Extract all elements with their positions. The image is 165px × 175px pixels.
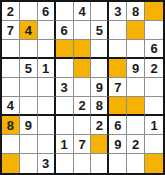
sudoku-cell-r9c3[interactable]: 3: [38, 154, 56, 173]
sudoku-cell-r3c4[interactable]: [56, 40, 74, 59]
sudoku-cell-r6c8[interactable]: [127, 97, 145, 116]
sudoku-cell-r6c4[interactable]: [56, 97, 74, 116]
sudoku-cell-r6c5[interactable]: 2: [74, 97, 92, 116]
sudoku-cell-r9c8[interactable]: [127, 154, 145, 173]
sudoku-cell-r8c8[interactable]: 2: [127, 135, 145, 154]
sudoku-cell-r5c2[interactable]: [20, 78, 38, 97]
sudoku-cell-r7c8[interactable]: [127, 116, 145, 135]
sudoku-cell-r7c6[interactable]: 2: [91, 116, 109, 135]
sudoku-cell-r3c6[interactable]: [91, 40, 109, 59]
sudoku-cell-r4c4[interactable]: [56, 59, 74, 78]
sudoku-cell-r3c7[interactable]: [109, 40, 127, 59]
sudoku-cell-r3c8[interactable]: [127, 40, 145, 59]
sudoku-cell-r6c2[interactable]: [20, 97, 38, 116]
sudoku-cell-r3c9[interactable]: 6: [145, 40, 163, 59]
sudoku-cell-r2c6[interactable]: 5: [91, 21, 109, 40]
sudoku-cell-r9c1[interactable]: [2, 154, 20, 173]
sudoku-cell-r9c5[interactable]: [74, 154, 92, 173]
sudoku-cell-r1c6[interactable]: [91, 2, 109, 21]
sudoku-cell-r7c1[interactable]: 8: [2, 116, 20, 135]
sudoku-cell-r4c7[interactable]: [109, 59, 127, 78]
sudoku-cell-r7c7[interactable]: 6: [109, 116, 127, 135]
sudoku-cell-r2c1[interactable]: 7: [2, 21, 20, 40]
sudoku-cell-r5c1[interactable]: [2, 78, 20, 97]
sudoku-cell-r3c1[interactable]: [2, 40, 20, 59]
sudoku-cell-r1c8[interactable]: 8: [127, 2, 145, 21]
sudoku-cell-r8c4[interactable]: 1: [56, 135, 74, 154]
sudoku-cell-r7c5[interactable]: [74, 116, 92, 135]
sudoku-cell-r6c7[interactable]: [109, 97, 127, 116]
sudoku-cell-r1c7[interactable]: 3: [109, 2, 127, 21]
sudoku-cell-r6c6[interactable]: 8: [91, 97, 109, 116]
sudoku-cell-r3c5[interactable]: [74, 40, 92, 59]
sudoku-cell-r4c8[interactable]: 9: [127, 59, 145, 78]
sudoku-cell-r1c4[interactable]: [56, 2, 74, 21]
sudoku-cell-r8c5[interactable]: 7: [74, 135, 92, 154]
sudoku-cell-r1c3[interactable]: 6: [38, 2, 56, 21]
sudoku-cell-r1c5[interactable]: 4: [74, 2, 92, 21]
sudoku-cell-r4c6[interactable]: [91, 59, 109, 78]
sudoku-cell-r4c1[interactable]: [2, 59, 20, 78]
sudoku-cell-r6c3[interactable]: [38, 97, 56, 116]
sudoku-cell-r7c4[interactable]: [56, 116, 74, 135]
sudoku-board: 264387465651923974288926117923: [0, 0, 165, 175]
sudoku-cell-r6c1[interactable]: 4: [2, 97, 20, 116]
sudoku-cell-r4c5[interactable]: [74, 59, 92, 78]
sudoku-cell-r8c6[interactable]: [91, 135, 109, 154]
sudoku-cell-r2c2[interactable]: 4: [20, 21, 38, 40]
sudoku-cell-r5c9[interactable]: [145, 78, 163, 97]
sudoku-cell-r8c7[interactable]: 9: [109, 135, 127, 154]
sudoku-cell-r7c2[interactable]: 9: [20, 116, 38, 135]
sudoku-cell-r9c7[interactable]: [109, 154, 127, 173]
sudoku-cell-r8c1[interactable]: [2, 135, 20, 154]
sudoku-cell-r2c5[interactable]: [74, 21, 92, 40]
sudoku-cell-r4c2[interactable]: 5: [20, 59, 38, 78]
sudoku-cell-r9c6[interactable]: [91, 154, 109, 173]
sudoku-cell-r5c4[interactable]: 3: [56, 78, 74, 97]
sudoku-cell-r9c9[interactable]: [145, 154, 163, 173]
sudoku-cell-r5c3[interactable]: [38, 78, 56, 97]
sudoku-cell-r2c7[interactable]: [109, 21, 127, 40]
sudoku-cell-r5c7[interactable]: 7: [109, 78, 127, 97]
sudoku-cell-r2c8[interactable]: [127, 21, 145, 40]
sudoku-cell-r5c8[interactable]: [127, 78, 145, 97]
sudoku-cell-r8c3[interactable]: [38, 135, 56, 154]
sudoku-cell-r5c6[interactable]: 9: [91, 78, 109, 97]
sudoku-cell-r6c9[interactable]: [145, 97, 163, 116]
sudoku-cell-r5c5[interactable]: [74, 78, 92, 97]
sudoku-cell-r8c2[interactable]: [20, 135, 38, 154]
sudoku-cell-r3c3[interactable]: [38, 40, 56, 59]
sudoku-cell-r1c9[interactable]: [145, 2, 163, 21]
sudoku-cell-r9c2[interactable]: [20, 154, 38, 173]
sudoku-cell-r1c1[interactable]: 2: [2, 2, 20, 21]
sudoku-cell-r2c3[interactable]: [38, 21, 56, 40]
sudoku-cell-r1c2[interactable]: [20, 2, 38, 21]
sudoku-cell-r9c4[interactable]: [56, 154, 74, 173]
sudoku-cell-r3c2[interactable]: [20, 40, 38, 59]
sudoku-cell-r2c9[interactable]: [145, 21, 163, 40]
sudoku-cell-r7c9[interactable]: 1: [145, 116, 163, 135]
sudoku-cell-r8c9[interactable]: [145, 135, 163, 154]
sudoku-cell-r4c9[interactable]: 2: [145, 59, 163, 78]
sudoku-cell-r2c4[interactable]: 6: [56, 21, 74, 40]
sudoku-cell-r7c3[interactable]: [38, 116, 56, 135]
sudoku-cell-r4c3[interactable]: 1: [38, 59, 56, 78]
